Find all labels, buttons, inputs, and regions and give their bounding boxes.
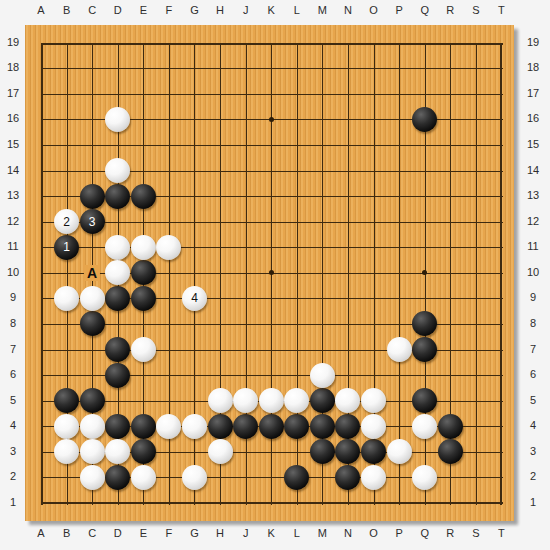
coordinate-column-bottom: E bbox=[131, 527, 155, 540]
stone-white bbox=[361, 465, 386, 490]
stone-white bbox=[54, 286, 79, 311]
stone-white bbox=[387, 337, 412, 362]
coordinate-column-bottom: T bbox=[489, 527, 513, 540]
stone-black bbox=[131, 439, 156, 464]
stone-white: 4 bbox=[182, 286, 207, 311]
coordinate-column-top: K bbox=[259, 4, 283, 17]
coordinate-column-bottom: P bbox=[387, 527, 411, 540]
coordinate-column-top: C bbox=[80, 4, 104, 17]
coordinate-column-bottom: C bbox=[80, 527, 104, 540]
stone-black: 3 bbox=[80, 209, 105, 234]
coordinate-row-left: 9 bbox=[1, 291, 25, 304]
stone-black bbox=[131, 414, 156, 439]
stone-black bbox=[259, 414, 284, 439]
coordinate-row-right: 15 bbox=[521, 138, 545, 151]
stone-white bbox=[131, 337, 156, 362]
star-point bbox=[269, 117, 274, 122]
move-number-label: 4 bbox=[182, 286, 207, 311]
stone-black bbox=[105, 184, 130, 209]
move-number-label: 3 bbox=[80, 209, 105, 234]
coordinate-row-left: 8 bbox=[1, 317, 25, 330]
coordinate-row-left: 14 bbox=[1, 164, 25, 177]
stone-white bbox=[208, 388, 233, 413]
grid-line-vertical bbox=[476, 43, 477, 505]
coordinate-row-right: 10 bbox=[521, 266, 545, 279]
stone-black bbox=[310, 388, 335, 413]
stone-black bbox=[335, 465, 360, 490]
coordinate-column-bottom: B bbox=[55, 527, 79, 540]
stone-black bbox=[105, 363, 130, 388]
coordinate-column-top: J bbox=[234, 4, 258, 17]
stone-white bbox=[54, 439, 79, 464]
coordinate-row-right: 4 bbox=[521, 419, 545, 432]
stone-white bbox=[182, 414, 207, 439]
stone-black bbox=[131, 286, 156, 311]
stone-white bbox=[156, 235, 181, 260]
stone-black bbox=[335, 414, 360, 439]
stone-white bbox=[105, 158, 130, 183]
coordinate-row-right: 2 bbox=[521, 470, 545, 483]
coordinate-row-right: 13 bbox=[521, 189, 545, 202]
stone-black bbox=[208, 414, 233, 439]
stone-black bbox=[310, 414, 335, 439]
stone-white bbox=[54, 414, 79, 439]
coordinate-row-left: 10 bbox=[1, 266, 25, 279]
coordinate-column-top: D bbox=[106, 4, 130, 17]
coordinate-row-left: 11 bbox=[1, 240, 25, 253]
coordinate-row-right: 8 bbox=[521, 317, 545, 330]
grid-line-horizontal bbox=[41, 145, 503, 146]
stone-white bbox=[208, 439, 233, 464]
stone-white bbox=[80, 414, 105, 439]
stone-black bbox=[80, 311, 105, 336]
coordinate-column-top: B bbox=[55, 4, 79, 17]
stone-white bbox=[80, 439, 105, 464]
stone-black bbox=[412, 337, 437, 362]
stone-black bbox=[438, 414, 463, 439]
stone-white: 2 bbox=[54, 209, 79, 234]
coordinate-column-bottom: N bbox=[336, 527, 360, 540]
coordinate-row-left: 17 bbox=[1, 87, 25, 100]
coordinate-row-right: 3 bbox=[521, 445, 545, 458]
coordinate-row-right: 5 bbox=[521, 394, 545, 407]
coordinate-column-top: R bbox=[438, 4, 462, 17]
coordinate-column-top: O bbox=[362, 4, 386, 17]
stone-black bbox=[233, 414, 258, 439]
coordinate-row-left: 4 bbox=[1, 419, 25, 432]
coordinate-row-right: 1 bbox=[521, 496, 545, 509]
coordinate-row-left: 7 bbox=[1, 343, 25, 356]
stone-white bbox=[105, 235, 130, 260]
stone-black bbox=[131, 184, 156, 209]
coordinate-row-right: 18 bbox=[521, 61, 545, 74]
stone-black bbox=[335, 439, 360, 464]
stone-white bbox=[105, 260, 130, 285]
star-point bbox=[422, 270, 427, 275]
coordinate-row-left: 19 bbox=[1, 36, 25, 49]
stone-black bbox=[284, 414, 309, 439]
coordinate-column-bottom: M bbox=[310, 527, 334, 540]
coordinate-column-bottom: J bbox=[234, 527, 258, 540]
coordinate-column-bottom: R bbox=[438, 527, 462, 540]
stone-white bbox=[80, 465, 105, 490]
stone-white bbox=[412, 465, 437, 490]
coordinate-row-left: 6 bbox=[1, 368, 25, 381]
coordinate-row-right: 12 bbox=[521, 215, 545, 228]
stone-white bbox=[80, 286, 105, 311]
stone-black: 1 bbox=[54, 235, 79, 260]
coordinate-row-right: 14 bbox=[521, 164, 545, 177]
stone-white bbox=[131, 465, 156, 490]
coordinate-column-top: T bbox=[489, 4, 513, 17]
coordinate-row-right: 6 bbox=[521, 368, 545, 381]
stone-black bbox=[131, 260, 156, 285]
stone-white bbox=[182, 465, 207, 490]
coordinate-row-left: 1 bbox=[1, 496, 25, 509]
coordinate-row-right: 17 bbox=[521, 87, 545, 100]
coordinate-column-top: N bbox=[336, 4, 360, 17]
stone-black bbox=[412, 107, 437, 132]
stone-black bbox=[105, 414, 130, 439]
coordinate-row-right: 7 bbox=[521, 343, 545, 356]
stone-white bbox=[387, 439, 412, 464]
stone-black bbox=[412, 311, 437, 336]
coordinate-row-right: 19 bbox=[521, 36, 545, 49]
stone-black bbox=[80, 388, 105, 413]
stone-black bbox=[284, 465, 309, 490]
coordinate-row-right: 9 bbox=[521, 291, 545, 304]
coordinate-column-top: P bbox=[387, 4, 411, 17]
stone-black bbox=[412, 388, 437, 413]
stone-white bbox=[412, 414, 437, 439]
stone-black bbox=[310, 439, 335, 464]
coordinate-column-bottom: F bbox=[157, 527, 181, 540]
coordinate-row-left: 12 bbox=[1, 215, 25, 228]
coordinate-row-left: 18 bbox=[1, 61, 25, 74]
stone-black bbox=[54, 388, 79, 413]
coordinate-row-left: 3 bbox=[1, 445, 25, 458]
stone-white bbox=[284, 388, 309, 413]
coordinate-row-left: 2 bbox=[1, 470, 25, 483]
coordinate-row-left: 13 bbox=[1, 189, 25, 202]
move-number-label: 1 bbox=[54, 235, 79, 260]
grid-line-vertical bbox=[500, 43, 502, 505]
coordinate-column-bottom: S bbox=[464, 527, 488, 540]
stone-white bbox=[105, 439, 130, 464]
stone-white bbox=[361, 414, 386, 439]
coordinate-column-bottom: K bbox=[259, 527, 283, 540]
stone-white bbox=[233, 388, 258, 413]
stone-white bbox=[105, 107, 130, 132]
coordinate-column-top: E bbox=[131, 4, 155, 17]
stone-black bbox=[105, 465, 130, 490]
coordinate-column-top: A bbox=[29, 4, 53, 17]
grid-line-horizontal bbox=[41, 502, 503, 504]
stone-white bbox=[156, 414, 181, 439]
stone-black bbox=[80, 184, 105, 209]
coordinate-column-bottom: L bbox=[285, 527, 309, 540]
grid-line-vertical bbox=[399, 43, 400, 505]
coordinate-column-top: M bbox=[310, 4, 334, 17]
coordinate-column-top: H bbox=[208, 4, 232, 17]
stone-black bbox=[438, 439, 463, 464]
coordinate-column-bottom: A bbox=[29, 527, 53, 540]
grid-line-horizontal bbox=[41, 94, 503, 95]
coordinate-column-top: S bbox=[464, 4, 488, 17]
coordinate-row-left: 5 bbox=[1, 394, 25, 407]
stone-white bbox=[131, 235, 156, 260]
coordinate-row-left: 15 bbox=[1, 138, 25, 151]
coordinate-column-top: F bbox=[157, 4, 181, 17]
stone-black bbox=[105, 286, 130, 311]
coordinate-column-top: Q bbox=[413, 4, 437, 17]
coordinate-row-right: 16 bbox=[521, 112, 545, 125]
grid-line-horizontal bbox=[41, 222, 503, 223]
grid-line-horizontal bbox=[41, 68, 503, 69]
stone-white bbox=[335, 388, 360, 413]
coordinate-column-top: G bbox=[182, 4, 206, 17]
stone-black bbox=[361, 439, 386, 464]
go-diagram: 3124A AABBCCDDEEFFGGHHJJKKLLMMNNOOPPQQRR… bbox=[0, 0, 550, 550]
grid-line-horizontal bbox=[41, 43, 503, 45]
coordinate-row-left: 16 bbox=[1, 112, 25, 125]
coordinate-column-bottom: D bbox=[106, 527, 130, 540]
star-point bbox=[269, 270, 274, 275]
coordinate-column-bottom: H bbox=[208, 527, 232, 540]
stone-white bbox=[361, 388, 386, 413]
coordinate-column-top: L bbox=[285, 4, 309, 17]
coordinate-row-right: 11 bbox=[521, 240, 545, 253]
stone-white bbox=[310, 363, 335, 388]
grid-line-vertical bbox=[41, 43, 43, 505]
stone-black bbox=[105, 337, 130, 362]
coordinate-column-bottom: Q bbox=[413, 527, 437, 540]
coordinate-column-bottom: O bbox=[362, 527, 386, 540]
move-number-label: 2 bbox=[54, 209, 79, 234]
coordinate-column-bottom: G bbox=[182, 527, 206, 540]
go-board[interactable]: 3124A bbox=[25, 25, 514, 521]
stone-white bbox=[259, 388, 284, 413]
point-annotation: A bbox=[84, 265, 100, 281]
